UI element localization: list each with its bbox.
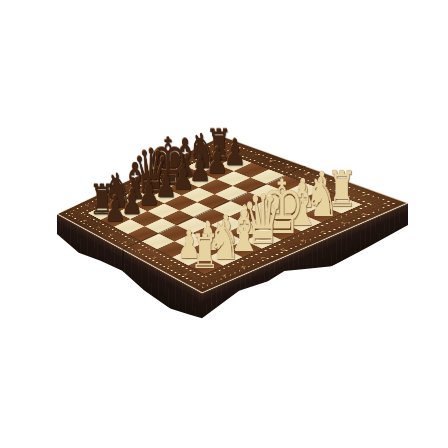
chess-board: 88HH77GG66FF55EE44DD33CC22BB11AA♦♦♦♦ <box>57 136 408 293</box>
product-photo: 88HH77GG66FF55EE44DD33CC22BB11AA♦♦♦♦ ♜♟♞… <box>0 0 448 448</box>
chess-set-scene: 88HH77GG66FF55EE44DD33CC22BB11AA♦♦♦♦ ♜♟♞… <box>0 0 448 448</box>
fold-hinge-gap <box>123 250 124 285</box>
